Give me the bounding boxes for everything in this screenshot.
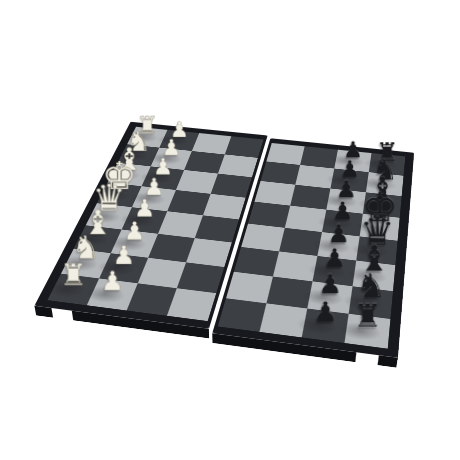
piece-black-rook: ♜ [344, 314, 390, 349]
rook-glyph: ♜ [347, 300, 390, 331]
pawn-glyph: ♟ [310, 271, 351, 298]
chessboard: ♜♞♝♚♛♝♞♜♟♟♟♟♟♟♟♟ ♟♟♟♟♟♟♟♟♜♞♝♚♛♝♞♜ [34, 122, 414, 354]
product-photo-scene: ♜♞♝♚♛♝♞♜♟♟♟♟♟♟♟♟ ♟♟♟♟♟♟♟♟♜♞♝♚♛♝♞♜ [0, 0, 460, 460]
pawn-glyph: ♟ [304, 298, 346, 325]
pawn-glyph: ♟ [92, 268, 133, 294]
board-square [218, 298, 267, 332]
pawn-glyph: ♟ [315, 246, 355, 272]
rook-glyph: ♜ [53, 260, 93, 290]
board-square [167, 288, 216, 321]
pawn-glyph: ♟ [104, 243, 143, 269]
